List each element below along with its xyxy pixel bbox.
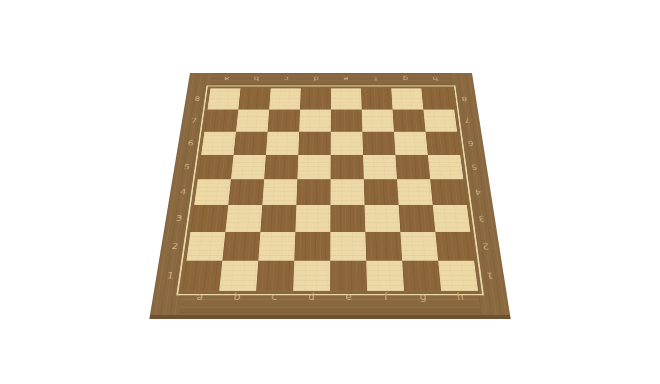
board-bottom-edge	[149, 315, 510, 319]
square-d5[interactable]	[297, 155, 330, 179]
square-b4[interactable]	[228, 179, 264, 205]
square-e5[interactable]	[331, 155, 364, 179]
square-h4[interactable]	[430, 179, 467, 205]
square-e7[interactable]	[331, 110, 363, 132]
square-e3[interactable]	[330, 205, 365, 232]
square-a7[interactable]	[204, 110, 238, 132]
square-c2[interactable]	[258, 232, 295, 261]
square-d6[interactable]	[298, 132, 330, 155]
square-h2[interactable]	[435, 232, 474, 261]
rank-label-right-3: 3	[468, 205, 495, 232]
square-b5[interactable]	[231, 155, 266, 179]
square-c8[interactable]	[269, 88, 301, 109]
file-label-bottom-b: b	[218, 292, 256, 301]
file-label-bottom-c: c	[255, 292, 293, 301]
square-c3[interactable]	[260, 205, 296, 232]
square-g4[interactable]	[397, 179, 433, 205]
square-g7[interactable]	[393, 110, 426, 132]
square-f6[interactable]	[362, 132, 395, 155]
square-h3[interactable]	[433, 205, 471, 232]
square-b7[interactable]	[236, 110, 269, 132]
square-d8[interactable]	[300, 88, 331, 109]
file-label-bottom-d: d	[293, 292, 330, 301]
square-f7[interactable]	[362, 110, 394, 132]
file-label-top-c: c	[271, 76, 301, 82]
square-e6[interactable]	[331, 132, 363, 155]
product-photo-canvas: abcdefgh abcdefgh 87654321 87654321	[0, 0, 660, 384]
rank-label-left-1: 1	[156, 261, 185, 291]
square-d7[interactable]	[299, 110, 331, 132]
square-f5[interactable]	[363, 155, 397, 179]
square-d3[interactable]	[295, 205, 330, 232]
square-b3[interactable]	[225, 205, 262, 232]
rank-label-left-4: 4	[170, 179, 196, 205]
file-labels-top: abcdefgh	[211, 75, 450, 83]
square-g5[interactable]	[395, 155, 430, 179]
file-label-top-b: b	[241, 76, 271, 82]
square-b8[interactable]	[238, 88, 270, 109]
square-d4[interactable]	[296, 179, 330, 205]
file-label-bottom-a: a	[181, 292, 219, 301]
square-b2[interactable]	[222, 232, 260, 261]
chessboard: abcdefgh abcdefgh 87654321 87654321	[150, 73, 510, 315]
square-c7[interactable]	[268, 110, 300, 132]
rank-label-right-8: 8	[453, 88, 476, 109]
rank-label-right-5: 5	[462, 155, 487, 179]
file-label-top-a: a	[211, 76, 242, 82]
rank-label-left-2: 2	[161, 232, 189, 261]
square-c5[interactable]	[264, 155, 298, 179]
square-h8[interactable]	[421, 88, 454, 109]
square-h5[interactable]	[428, 155, 464, 179]
rank-label-left-6: 6	[178, 132, 203, 155]
square-f2[interactable]	[365, 232, 402, 261]
square-a4[interactable]	[194, 179, 231, 205]
square-g3[interactable]	[399, 205, 436, 232]
square-f4[interactable]	[364, 179, 399, 205]
file-label-top-h: h	[420, 76, 450, 82]
square-h7[interactable]	[423, 110, 457, 132]
file-label-top-g: g	[390, 76, 420, 82]
rank-label-right-1: 1	[476, 261, 505, 291]
square-a2[interactable]	[186, 232, 225, 261]
square-e8[interactable]	[331, 88, 362, 109]
square-c4[interactable]	[262, 179, 297, 205]
file-label-bottom-h: h	[441, 292, 479, 301]
square-g8[interactable]	[391, 88, 423, 109]
rank-label-left-5: 5	[174, 155, 200, 179]
square-h6[interactable]	[426, 132, 461, 155]
square-d2[interactable]	[294, 232, 330, 261]
file-label-top-e: e	[331, 76, 361, 82]
rank-label-right-4: 4	[465, 179, 491, 205]
rank-label-right-2: 2	[472, 232, 500, 261]
square-a3[interactable]	[190, 205, 228, 232]
rank-label-left-3: 3	[165, 205, 192, 232]
square-g2[interactable]	[400, 232, 438, 261]
rank-label-left-7: 7	[182, 110, 206, 132]
square-f8[interactable]	[361, 88, 392, 109]
square-a5[interactable]	[198, 155, 234, 179]
file-labels-bottom: abcdefgh	[180, 286, 480, 307]
square-c6[interactable]	[266, 132, 299, 155]
square-b6[interactable]	[234, 132, 268, 155]
board-grid	[182, 88, 478, 290]
file-label-bottom-f: f	[367, 292, 405, 301]
rank-label-left-8: 8	[185, 88, 209, 109]
file-label-bottom-g: g	[404, 292, 442, 301]
file-label-bottom-e: e	[330, 292, 367, 301]
square-g6[interactable]	[394, 132, 428, 155]
file-label-top-f: f	[361, 76, 391, 82]
square-e4[interactable]	[330, 179, 364, 205]
square-f3[interactable]	[365, 205, 401, 232]
square-e2[interactable]	[330, 232, 366, 261]
file-label-top-d: d	[301, 76, 331, 82]
square-a8[interactable]	[207, 88, 240, 109]
square-a6[interactable]	[201, 132, 236, 155]
rank-label-right-7: 7	[456, 110, 480, 132]
rank-label-right-6: 6	[459, 132, 484, 155]
